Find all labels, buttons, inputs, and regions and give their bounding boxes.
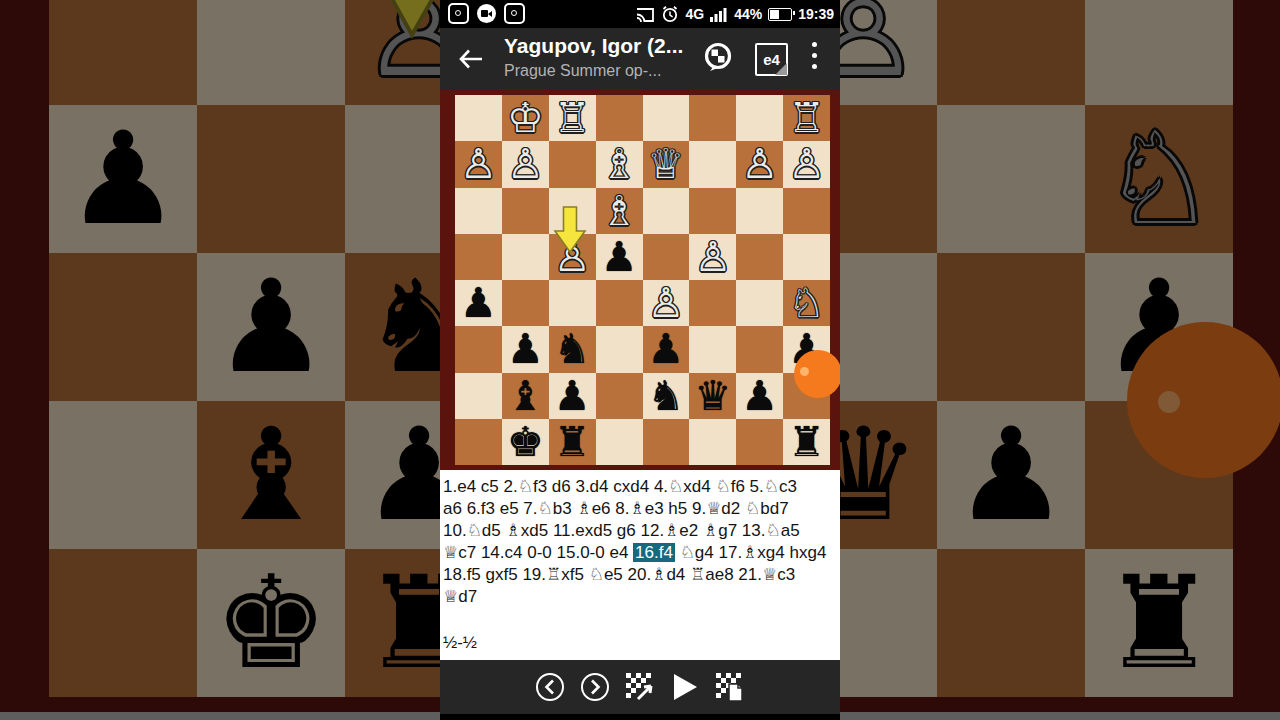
app-bar: Yagupov, Igor (2... Prague Summer op-...…: [440, 28, 840, 90]
board-square[interactable]: [689, 280, 736, 326]
black-knight-d7[interactable]: ♞: [643, 373, 690, 419]
board-square[interactable]: [455, 234, 502, 280]
current-move-highlight[interactable]: 16.f4: [633, 543, 675, 562]
move-line: 18.f5 gxf5 19.♖xf5 ♘e5 20.♗d4 ♖ae8 21.♕c…: [443, 564, 840, 586]
black-pawn-d6[interactable]: ♟: [643, 326, 690, 372]
previous-move-button[interactable]: [534, 671, 566, 703]
board-square[interactable]: [736, 234, 783, 280]
board-square[interactable]: [455, 188, 502, 234]
white-pawn-f4[interactable]: ♙: [549, 234, 596, 280]
board-square[interactable]: [596, 419, 643, 465]
board-copy-icon[interactable]: [714, 671, 746, 703]
board-square: [197, 0, 345, 105]
back-arrow-icon[interactable]: [458, 48, 484, 70]
black-pawn-e4[interactable]: ♟: [596, 234, 643, 280]
black-king-g8: ♚: [197, 549, 345, 697]
board-square[interactable]: [736, 326, 783, 372]
board-square: [49, 0, 197, 105]
white-pawn-a2[interactable]: ♙: [783, 141, 830, 187]
board-square: [937, 549, 1085, 697]
white-bishop-e2[interactable]: ♗: [596, 141, 643, 187]
instagram-icon: [448, 3, 469, 24]
black-queen-c7[interactable]: ♛: [689, 373, 736, 419]
board-square[interactable]: [783, 234, 830, 280]
white-knight-a5[interactable]: ♘: [783, 280, 830, 326]
board-square[interactable]: [502, 234, 549, 280]
background-touch-indicator: [1127, 322, 1280, 478]
board-square: [49, 549, 197, 697]
black-bishop-g7[interactable]: ♝: [502, 373, 549, 419]
black-pawn-g6: ♟: [197, 253, 345, 401]
overflow-menu-icon[interactable]: [812, 42, 818, 75]
move-line: ♕d7: [443, 586, 840, 608]
clock: 19:39: [798, 6, 834, 22]
board-square[interactable]: [455, 373, 502, 419]
phone-screen: 4G 44% 19:39 Yagupov, Igor (2... Prague …: [440, 0, 840, 720]
board-square[interactable]: [736, 280, 783, 326]
board-square[interactable]: [643, 419, 690, 465]
board-square: [49, 253, 197, 401]
black-pawn-f7[interactable]: ♟: [549, 373, 596, 419]
move-line: 1.e4 c5 2.♘f3 d6 3.d4 cxd4 4.♘xd4 ♘f6 5.…: [443, 476, 840, 498]
event-subtitle: Prague Summer op-...: [504, 62, 661, 80]
touch-indicator-dot: [800, 367, 809, 376]
board-square[interactable]: [689, 141, 736, 187]
white-pawn-d5[interactable]: ♙: [643, 280, 690, 326]
play-button[interactable]: [669, 671, 701, 703]
navigation-hint-strip: [440, 714, 840, 720]
network-type: 4G: [685, 6, 704, 22]
badge-fold-corner: [775, 63, 787, 75]
white-pawn-h2[interactable]: ♙: [455, 141, 502, 187]
current-move-badge[interactable]: e4: [755, 43, 788, 76]
board-square[interactable]: [549, 280, 596, 326]
board-square[interactable]: [736, 188, 783, 234]
board-square: [937, 0, 1085, 105]
board-square: [197, 105, 345, 253]
video-camera-icon: [477, 4, 496, 23]
board-square[interactable]: [643, 188, 690, 234]
move-token[interactable]: a6 6.f3 e5 7.♘b3 ♗e6 8.♗e3 h5 9.♕d2 ♘bd7: [443, 499, 789, 518]
black-pawn-h5[interactable]: ♟: [455, 280, 502, 326]
black-pawn-b7[interactable]: ♟: [736, 373, 783, 419]
move-token[interactable]: ♕c7 14.c4 0-0 15.0-0 e4: [443, 543, 633, 562]
board-square[interactable]: [689, 419, 736, 465]
board-square: [1085, 0, 1233, 105]
chess-board[interactable]: ♖♖♔♙♙♕♗♙♙♗♙♟♙♘♙♟♟♟♞♟♟♛♞♟♝♜♜♚: [455, 95, 830, 465]
board-square[interactable]: [596, 280, 643, 326]
white-pawn-g2[interactable]: ♙: [502, 141, 549, 187]
background-touch-indicator-dot: [1158, 391, 1180, 413]
move-token[interactable]: 10.♘d5 ♗xd5 11.exd5 g6 12.♗e2 ♗g7 13.♘a5: [443, 521, 800, 540]
board-square[interactable]: [502, 188, 549, 234]
white-rook-a1[interactable]: ♖: [783, 95, 830, 141]
white-king-g1[interactable]: ♔: [502, 95, 549, 141]
white-bishop-e3[interactable]: ♗: [596, 188, 643, 234]
move-token[interactable]: 18.f5 gxf5 19.♖xf5 ♘e5 20.♗d4 ♖ae8 21.♕c…: [443, 565, 795, 584]
battery-percent: 44%: [734, 6, 762, 22]
board-frame: ♖♖♔♙♙♕♗♙♙♗♙♟♙♘♙♟♟♟♞♟♟♛♞♟♝♜♜♚: [440, 90, 840, 470]
move-line: ♕c7 14.c4 0-0 15.0-0 e4 16.f4 ♘g4 17.♗xg…: [443, 542, 840, 564]
black-king-g8[interactable]: ♚: [502, 419, 549, 465]
signal-bars-icon: [710, 7, 728, 22]
white-knight-a5: ♘: [1085, 105, 1233, 253]
board-square[interactable]: [455, 326, 502, 372]
black-pawn-b7: ♟: [937, 401, 1085, 549]
background-board-left-frame: [0, 0, 49, 720]
bottom-toolbar: [440, 660, 840, 714]
game-result: ½-½: [443, 632, 840, 654]
cast-icon: [635, 6, 655, 23]
board-export-icon[interactable]: [624, 671, 656, 703]
white-pawn-c4[interactable]: ♙: [689, 234, 736, 280]
black-rook-a8: ♜: [1085, 549, 1233, 697]
board-square: [937, 105, 1085, 253]
board-square[interactable]: [455, 419, 502, 465]
game-title: Yagupov, Igor (2...: [504, 34, 683, 58]
board-square[interactable]: [549, 141, 596, 187]
black-knight-f6[interactable]: ♞: [549, 326, 596, 372]
board-square[interactable]: [736, 95, 783, 141]
analysis-board-icon[interactable]: [702, 41, 736, 75]
screen: ♙♙♟♘♟♞♟♝♟♛♟♚♜♜: [0, 0, 1280, 720]
instagram-icon: [504, 3, 525, 24]
board-square[interactable]: [783, 188, 830, 234]
board-square: [937, 253, 1085, 401]
move-line: 10.♘d5 ♗xd5 11.exd5 g6 12.♗e2 ♗g7 13.♘a5: [443, 520, 840, 542]
board-square[interactable]: [502, 280, 549, 326]
white-queen-d2[interactable]: ♕: [643, 141, 690, 187]
black-rook-a8[interactable]: ♜: [783, 419, 830, 465]
next-move-button[interactable]: [579, 671, 611, 703]
board-square[interactable]: [596, 373, 643, 419]
move-token[interactable]: 1.e4 c5 2.♘f3 d6 3.d4 cxd4 4.♘xd4 ♘f6 5.…: [443, 477, 797, 496]
black-pawn-g6[interactable]: ♟: [502, 326, 549, 372]
alarm-icon: [661, 5, 679, 23]
move-token[interactable]: ♕d7: [443, 587, 477, 606]
white-rook-f1[interactable]: ♖: [549, 95, 596, 141]
board-square[interactable]: [549, 188, 596, 234]
board-square[interactable]: [736, 419, 783, 465]
status-bar: 4G 44% 19:39: [440, 0, 840, 28]
board-square[interactable]: [643, 234, 690, 280]
board-square: [49, 401, 197, 549]
battery-icon: [768, 8, 792, 21]
board-square[interactable]: [689, 188, 736, 234]
board-square[interactable]: [455, 95, 502, 141]
board-square[interactable]: [689, 95, 736, 141]
black-pawn-h5: ♟: [49, 105, 197, 253]
black-bishop-g7: ♝: [197, 401, 345, 549]
move-line: a6 6.f3 e5 7.♘b3 ♗e6 8.♗e3 h5 9.♕d2 ♘bd7: [443, 498, 840, 520]
move-token[interactable]: ♘g4 17.♗xg4 hxg4: [675, 543, 826, 562]
board-square[interactable]: [689, 326, 736, 372]
board-square[interactable]: [596, 326, 643, 372]
white-pawn-b2[interactable]: ♙: [736, 141, 783, 187]
black-rook-f8[interactable]: ♜: [549, 419, 596, 465]
board-square[interactable]: [643, 95, 690, 141]
board-square[interactable]: [596, 95, 643, 141]
move-list: 1.e4 c5 2.♘f3 d6 3.d4 cxd4 4.♘xd4 ♘f6 5.…: [440, 470, 840, 660]
